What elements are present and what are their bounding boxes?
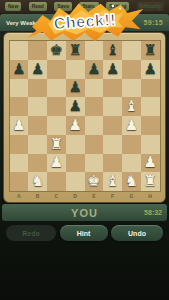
file-label-b: B [28,192,47,201]
square-d3[interactable] [66,135,85,154]
square-f5[interactable] [103,97,122,116]
square-b5[interactable] [28,97,47,116]
opponent-level-label: Very Weak [6,20,36,26]
square-f3[interactable] [103,135,122,154]
square-b8[interactable] [28,41,47,60]
black-pawn-e7[interactable]: ♟ [85,60,104,79]
menu-button-new[interactable]: New [5,2,21,11]
white-knight-g1[interactable]: ♞ [122,172,141,191]
square-g8[interactable] [122,41,141,60]
square-b3[interactable] [28,135,47,154]
black-pawn-d5[interactable]: ♟ [66,97,85,116]
player-bar: YOU 58:32 [2,204,167,221]
white-rook-h1[interactable]: ♜ [141,172,160,191]
black-pawn-f7[interactable]: ♟ [103,60,122,79]
white-pawn-c2[interactable]: ♟ [47,154,66,173]
chess-app: NewReadSaveStats.SettingDifficulty Very … [0,0,169,300]
square-b6[interactable] [28,79,47,98]
square-e8[interactable] [85,41,104,60]
white-rook-c3[interactable]: ♜ [47,135,66,154]
square-g3[interactable] [122,135,141,154]
black-rook-d8[interactable]: ♜ [66,41,85,60]
undo-button[interactable]: Undo [111,225,163,241]
black-pawn-b7[interactable]: ♟ [28,60,47,79]
square-f6[interactable] [103,79,122,98]
white-pawn-d4[interactable]: ♟ [66,116,85,135]
file-labels: ABCDEFGH [10,192,160,200]
black-king-c8[interactable]: ♚ [47,41,66,60]
square-c4[interactable] [47,116,66,135]
white-pawn-g4[interactable]: ♟ [122,116,141,135]
menu-button-setting[interactable]: Setting [106,2,129,11]
hint-button[interactable]: Hint [60,225,108,241]
white-bishop-g5[interactable]: ♝ [122,97,141,116]
square-h6[interactable] [141,79,160,98]
square-a2[interactable] [10,154,29,173]
control-buttons: Redo Hint Undo [0,221,169,241]
file-label-e: E [85,192,104,201]
file-label-d: D [66,192,85,201]
white-bishop-f1[interactable]: ♝ [103,172,122,191]
black-pawn-h7[interactable]: ♟ [141,60,160,79]
menu-button-difficulty[interactable]: Difficulty [137,2,164,11]
black-rook-h8[interactable]: ♜ [141,41,160,60]
opponent-clock: 59:15 [144,19,163,26]
player-clock: 58:32 [144,209,162,216]
square-a5[interactable] [10,97,29,116]
chess-board-frame: ♚♜♝♜♟♟♟♟♟♟♟♝♟♟♟♜♟♟♞♚♝♞♜ ABCDEFGH [3,32,166,203]
square-a3[interactable] [10,135,29,154]
white-pawn-a4[interactable]: ♟ [10,116,29,135]
square-b4[interactable] [28,116,47,135]
opponent-bar: Very Weak 59:15 [0,14,169,31]
square-a6[interactable] [10,79,29,98]
square-e6[interactable] [85,79,104,98]
square-a1[interactable] [10,172,29,191]
file-label-f: F [103,192,122,201]
square-e4[interactable] [85,116,104,135]
square-c1[interactable] [47,172,66,191]
square-h5[interactable] [141,97,160,116]
square-g6[interactable] [122,79,141,98]
menu-button-read[interactable]: Read [29,2,47,11]
square-f4[interactable] [103,116,122,135]
square-c7[interactable] [47,60,66,79]
white-king-e1[interactable]: ♚ [85,172,104,191]
black-pawn-d6[interactable]: ♟ [66,79,85,98]
square-b2[interactable] [28,154,47,173]
square-d1[interactable] [66,172,85,191]
square-h3[interactable] [141,135,160,154]
redo-button[interactable]: Redo [6,225,56,241]
square-e2[interactable] [85,154,104,173]
square-c6[interactable] [47,79,66,98]
square-d7[interactable] [66,60,85,79]
menu-bar: NewReadSaveStats.SettingDifficulty [0,0,169,13]
square-c5[interactable] [47,97,66,116]
square-a8[interactable] [10,41,29,60]
black-bishop-f8[interactable]: ♝ [103,41,122,60]
player-label: YOU [71,207,98,219]
file-label-c: C [47,192,66,201]
menu-button-save[interactable]: Save [54,2,72,11]
square-e3[interactable] [85,135,104,154]
square-f2[interactable] [103,154,122,173]
square-d2[interactable] [66,154,85,173]
file-label-g: G [122,192,141,201]
square-g7[interactable] [122,60,141,79]
file-label-a: A [10,192,29,201]
file-label-h: H [141,192,160,201]
square-g2[interactable] [122,154,141,173]
square-e5[interactable] [85,97,104,116]
white-pawn-h2[interactable]: ♟ [141,154,160,173]
chess-board[interactable]: ♚♜♝♜♟♟♟♟♟♟♟♝♟♟♟♜♟♟♞♚♝♞♜ [9,40,161,192]
black-pawn-a7[interactable]: ♟ [10,60,29,79]
square-h4[interactable] [141,116,160,135]
white-knight-b1[interactable]: ♞ [28,172,47,191]
menu-button-stats[interactable]: Stats. [79,2,99,11]
